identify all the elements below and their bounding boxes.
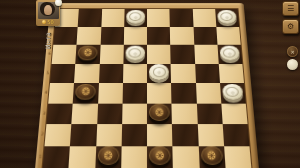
white-checker-h4[interactable]: ◎ — [222, 84, 243, 100]
settings-button[interactable]: ⚙ — [282, 19, 299, 34]
dark-piece-indicator[interactable]: ✕ — [287, 46, 298, 57]
white-piece-ornament: ◎ — [153, 67, 166, 77]
rank-label-3: 3 — [43, 111, 46, 116]
square-e2[interactable] — [147, 124, 173, 146]
dark-piece-ornament: ❂ — [81, 87, 90, 97]
dark-piece-ornament: ❂ — [104, 150, 113, 161]
checkers-board: abcdefgh12345678◎◎◎◎◎◎❂❂❂❂❂❂ — [34, 3, 259, 168]
square-a1[interactable] — [43, 146, 71, 168]
opponent-avatar[interactable]: 50 — [36, 0, 60, 26]
dark-checker-e3[interactable]: ❂ — [149, 104, 170, 121]
square-f3[interactable] — [172, 103, 198, 124]
white-piece-ornament: ◎ — [129, 12, 141, 21]
square-h2[interactable] — [222, 124, 249, 146]
square-a5[interactable] — [50, 64, 76, 83]
square-d4[interactable] — [122, 83, 147, 103]
square-c8[interactable] — [101, 9, 124, 27]
square-f5[interactable] — [171, 64, 196, 83]
coin-count: 50 — [47, 19, 53, 25]
square-g4[interactable] — [196, 83, 222, 103]
square-e7[interactable] — [147, 27, 170, 45]
square-a6[interactable] — [52, 45, 77, 64]
square-b3[interactable] — [72, 103, 98, 124]
square-a4[interactable] — [48, 83, 74, 103]
white-piece-indicator[interactable] — [287, 59, 298, 70]
white-checker-d6[interactable]: ◎ — [125, 45, 145, 60]
square-c3[interactable] — [97, 103, 123, 124]
square-a3[interactable] — [46, 103, 72, 124]
square-b7[interactable] — [77, 27, 101, 45]
square-d1[interactable] — [121, 146, 147, 168]
game-table: abcdefgh12345678◎◎◎◎◎◎❂❂❂❂❂❂ 50 Инга ☰ ⚙… — [0, 0, 300, 168]
square-g2[interactable] — [197, 124, 224, 146]
square-h7[interactable] — [216, 27, 241, 45]
square-b8[interactable] — [78, 9, 102, 27]
square-d2[interactable] — [121, 124, 147, 146]
white-checker-h6[interactable]: ◎ — [219, 45, 240, 60]
square-h5[interactable] — [218, 64, 244, 83]
opponent-name: Инга — [44, 27, 51, 49]
rank-label-5: 5 — [46, 71, 49, 75]
square-g6[interactable] — [194, 45, 219, 64]
coin-icon — [42, 20, 46, 24]
gear-icon: ⚙ — [287, 22, 294, 31]
square-e6[interactable] — [147, 45, 171, 64]
dark-checker-g1[interactable]: ❂ — [200, 147, 222, 165]
white-checker-e5[interactable]: ◎ — [149, 64, 169, 80]
dark-checker-c1[interactable]: ❂ — [97, 147, 119, 165]
square-d3[interactable] — [122, 103, 147, 124]
square-c6[interactable] — [99, 45, 123, 64]
square-g3[interactable] — [196, 103, 222, 124]
square-e4[interactable] — [147, 83, 172, 103]
square-h3[interactable] — [221, 103, 247, 124]
square-a2[interactable] — [45, 124, 72, 146]
rank-label-4: 4 — [44, 91, 47, 95]
square-g7[interactable] — [193, 27, 217, 45]
square-c2[interactable] — [96, 124, 122, 146]
dark-piece-ornament: ❂ — [84, 48, 93, 57]
dark-piece-ornament: ❂ — [155, 150, 164, 161]
rank-label-1: 1 — [39, 154, 43, 159]
square-g5[interactable] — [195, 64, 220, 83]
square-d5[interactable] — [123, 64, 147, 83]
white-checker-d8[interactable]: ◎ — [126, 10, 145, 24]
dark-piece-ornament: ❂ — [207, 150, 217, 161]
opponent-coins: 50 — [38, 19, 59, 25]
menu-icon: ☰ — [287, 4, 294, 13]
dark-piece-ornament: ❂ — [155, 107, 164, 117]
menu-button[interactable]: ☰ — [282, 1, 299, 16]
square-c7[interactable] — [100, 27, 124, 45]
square-a7[interactable] — [53, 27, 78, 45]
square-e8[interactable] — [147, 9, 170, 27]
square-f4[interactable] — [171, 83, 196, 103]
rank-label-2: 2 — [41, 132, 44, 137]
square-g8[interactable] — [192, 9, 216, 27]
square-b5[interactable] — [74, 64, 99, 83]
square-f2[interactable] — [172, 124, 198, 146]
square-f1[interactable] — [173, 146, 200, 168]
rank-label-6: 6 — [48, 52, 51, 56]
square-b2[interactable] — [70, 124, 97, 146]
board-grid: abcdefgh12345678◎◎◎◎◎◎❂❂❂❂❂❂ — [43, 9, 252, 168]
close-icon: ✕ — [290, 49, 294, 55]
square-b1[interactable] — [69, 146, 96, 168]
square-f6[interactable] — [170, 45, 194, 64]
square-f8[interactable] — [170, 9, 193, 27]
square-d7[interactable] — [124, 27, 147, 45]
dark-checker-e1[interactable]: ❂ — [149, 147, 170, 165]
square-c5[interactable] — [99, 64, 124, 83]
square-h1[interactable] — [224, 146, 252, 168]
white-piece-ornament: ◎ — [223, 48, 236, 58]
avatar-face — [44, 5, 52, 15]
white-checker-h8[interactable]: ◎ — [217, 10, 237, 24]
square-f7[interactable] — [170, 27, 194, 45]
white-piece-ornament: ◎ — [129, 48, 142, 58]
white-piece-ornament: ◎ — [226, 87, 240, 97]
square-c4[interactable] — [98, 83, 123, 103]
white-piece-ornament: ◎ — [220, 12, 233, 21]
